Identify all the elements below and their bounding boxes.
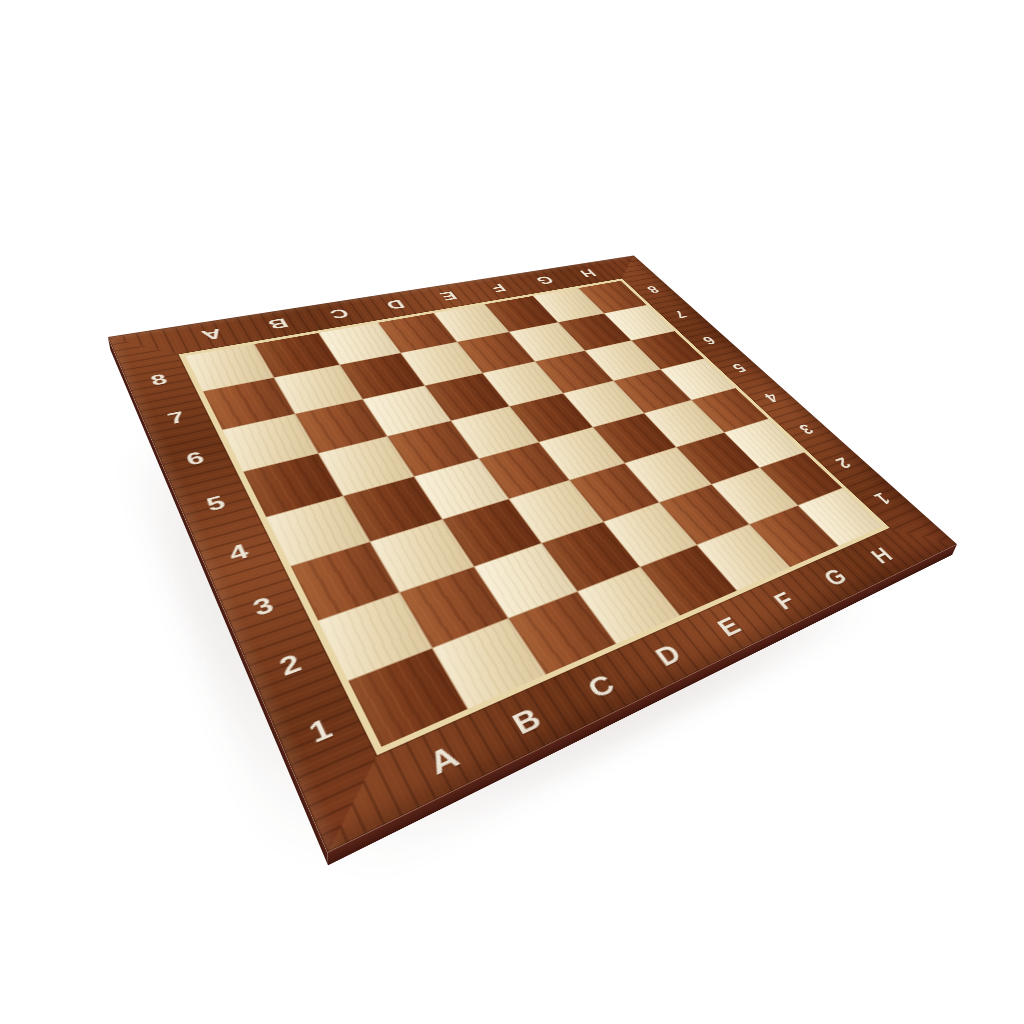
square-a6[interactable]: [222, 414, 317, 471]
square-c3[interactable]: [443, 500, 540, 567]
square-b5[interactable]: [319, 437, 413, 496]
square-e3[interactable]: [570, 464, 659, 522]
square-b4[interactable]: [344, 477, 442, 542]
square-e1[interactable]: [641, 545, 737, 615]
square-a1[interactable]: [349, 649, 467, 747]
square-a4[interactable]: [266, 496, 369, 566]
square-c1[interactable]: [509, 592, 615, 674]
square-d3[interactable]: [509, 481, 602, 543]
chessboard: ABCDEFGH ABCDEFGH 87654321 87654321: [108, 255, 957, 852]
square-b3[interactable]: [371, 520, 473, 592]
frame-edge-bottom: [300, 513, 957, 852]
square-a7[interactable]: [203, 378, 294, 430]
square-b2[interactable]: [400, 567, 507, 647]
square-b6[interactable]: [296, 400, 387, 453]
square-a3[interactable]: [291, 543, 399, 621]
square-d4[interactable]: [479, 442, 569, 498]
square-a2[interactable]: [318, 593, 431, 680]
square-d1[interactable]: [578, 568, 679, 644]
square-c4[interactable]: [414, 459, 508, 519]
square-c5[interactable]: [388, 421, 478, 476]
perspective-container: ABCDEFGH ABCDEFGH 87654321 87654321: [162, 66, 914, 818]
product-photo-background: ABCDEFGH ABCDEFGH 87654321 87654321: [0, 0, 1024, 1024]
square-b1[interactable]: [433, 619, 545, 708]
square-a5[interactable]: [243, 454, 342, 517]
squares-grid: [185, 281, 883, 747]
square-f1[interactable]: [698, 525, 790, 590]
square-e2[interactable]: [604, 503, 697, 567]
square-c2[interactable]: [475, 544, 577, 618]
square-d2[interactable]: [542, 523, 639, 591]
file-labels-bottom: ABCDEFGH: [384, 529, 921, 810]
